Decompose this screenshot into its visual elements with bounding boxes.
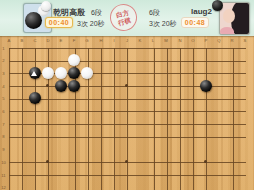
game-header: 乾明高殷 6段 00:40 3次 20秒 白方 行棋 6段 3次 20秒 00:…: [0, 0, 254, 36]
left-player-timer: 00:40: [45, 17, 73, 28]
go-board[interactable]: ABCDEFGHIJKLMNOPQRS123456789101112: [0, 36, 254, 190]
col-label-M: M: [163, 37, 170, 42]
col-label-I: I: [110, 37, 117, 42]
col-label-K: K: [137, 37, 144, 42]
right-player-black-stone-badge: [212, 0, 223, 11]
portrait-body: [220, 27, 234, 35]
row-label-5: 5: [1, 96, 7, 101]
turn-indicator-seal: 白方 行棋: [107, 1, 140, 34]
col-label-P: P: [202, 37, 209, 42]
white-stone-E3: [55, 67, 67, 79]
row-label-2: 2: [1, 58, 7, 63]
row-label-1: 1: [1, 45, 7, 50]
last-move-marker: [31, 71, 37, 76]
row-label-4: 4: [1, 83, 7, 88]
left-player-white-stone-badge: [41, 1, 51, 11]
avatar-black-stone-art: [25, 12, 42, 29]
row-label-3: 3: [1, 70, 7, 75]
row-label-12: 12: [1, 185, 7, 190]
row-label-8: 8: [1, 134, 7, 139]
black-stone-F4: [68, 80, 80, 92]
right-player-byoyomi: 3次 20秒: [149, 19, 177, 29]
col-label-G: G: [84, 37, 91, 42]
row-label-6: 6: [1, 108, 7, 113]
col-label-H: H: [97, 37, 104, 42]
black-stone-C3: [29, 67, 41, 79]
row-label-10: 10: [1, 159, 7, 164]
right-player-rank: 6段: [149, 8, 160, 18]
col-label-N: N: [176, 37, 183, 42]
col-label-Q: Q: [216, 37, 223, 42]
col-label-A: A: [5, 37, 12, 42]
left-player-byoyomi: 3次 20秒: [77, 19, 105, 29]
col-label-O: O: [189, 37, 196, 42]
col-label-F: F: [71, 37, 78, 42]
col-label-E: E: [58, 37, 65, 42]
col-label-D: D: [45, 37, 52, 42]
left-player-rank: 6段: [91, 8, 102, 18]
go-app-window: 乾明高殷 6段 00:40 3次 20秒 白方 行棋 6段 3次 20秒 00:…: [0, 0, 254, 190]
col-label-J: J: [124, 37, 131, 42]
col-label-C: C: [31, 37, 38, 42]
seal-line-2: 行棋: [117, 16, 131, 26]
black-stone-E4: [55, 80, 67, 92]
right-player-name: laug2: [191, 7, 212, 16]
col-label-L: L: [150, 37, 157, 42]
col-label-B: B: [18, 37, 25, 42]
col-label-S: S: [242, 37, 249, 42]
black-stone-P4: [200, 80, 212, 92]
col-label-R: R: [229, 37, 236, 42]
white-stone-D3: [42, 67, 54, 79]
right-player-avatar[interactable]: [219, 2, 250, 35]
row-label-9: 9: [1, 147, 7, 152]
row-label-7: 7: [1, 121, 7, 126]
right-player-timer: 00:48: [181, 17, 209, 28]
portrait-face: [223, 9, 235, 23]
row-label-11: 11: [1, 172, 7, 177]
